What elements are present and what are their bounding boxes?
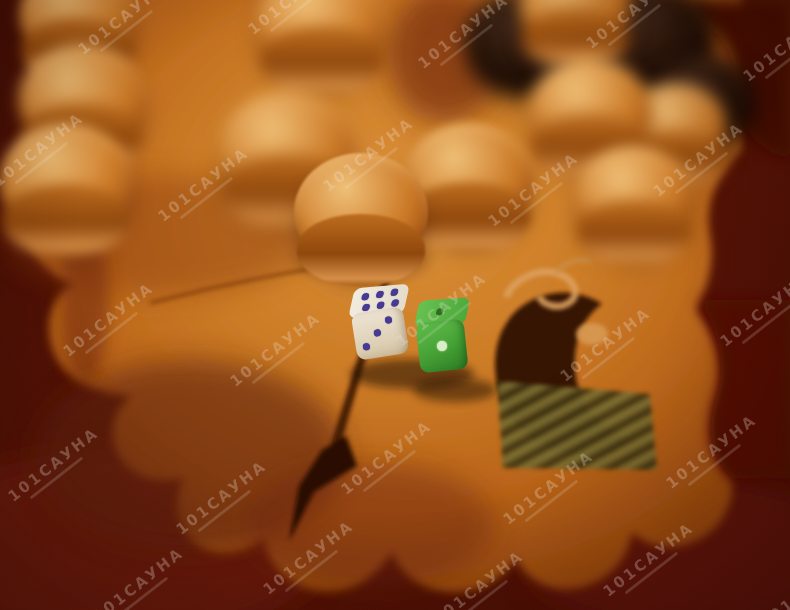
die-pip (390, 289, 399, 297)
board-photo: 101САУНА 101САУНА 101САУНА 101САУНА 101С… (0, 0, 790, 610)
die-pip (376, 291, 385, 299)
green-die-front-face (416, 319, 469, 374)
light-checker (257, 0, 387, 81)
striped-wood-inlay (497, 381, 657, 470)
die-pip (376, 301, 385, 309)
light-checker-in-focus (294, 153, 428, 271)
die-pip (435, 308, 443, 315)
white-die (352, 286, 406, 357)
light-checker (575, 146, 693, 250)
die-pip (361, 293, 370, 301)
die-pip (362, 304, 371, 312)
light-checker (519, 0, 631, 55)
die-pip (391, 299, 400, 307)
die-pip (362, 343, 370, 351)
wood-chip (576, 323, 608, 345)
panel-shadow (245, 463, 495, 587)
dice-shadow (413, 378, 497, 402)
white-die-front-face (351, 306, 410, 361)
green-die (417, 299, 467, 371)
light-checker (0, 123, 133, 241)
die-pip (373, 329, 381, 337)
die-pip (384, 316, 392, 324)
die-pip (437, 341, 448, 352)
